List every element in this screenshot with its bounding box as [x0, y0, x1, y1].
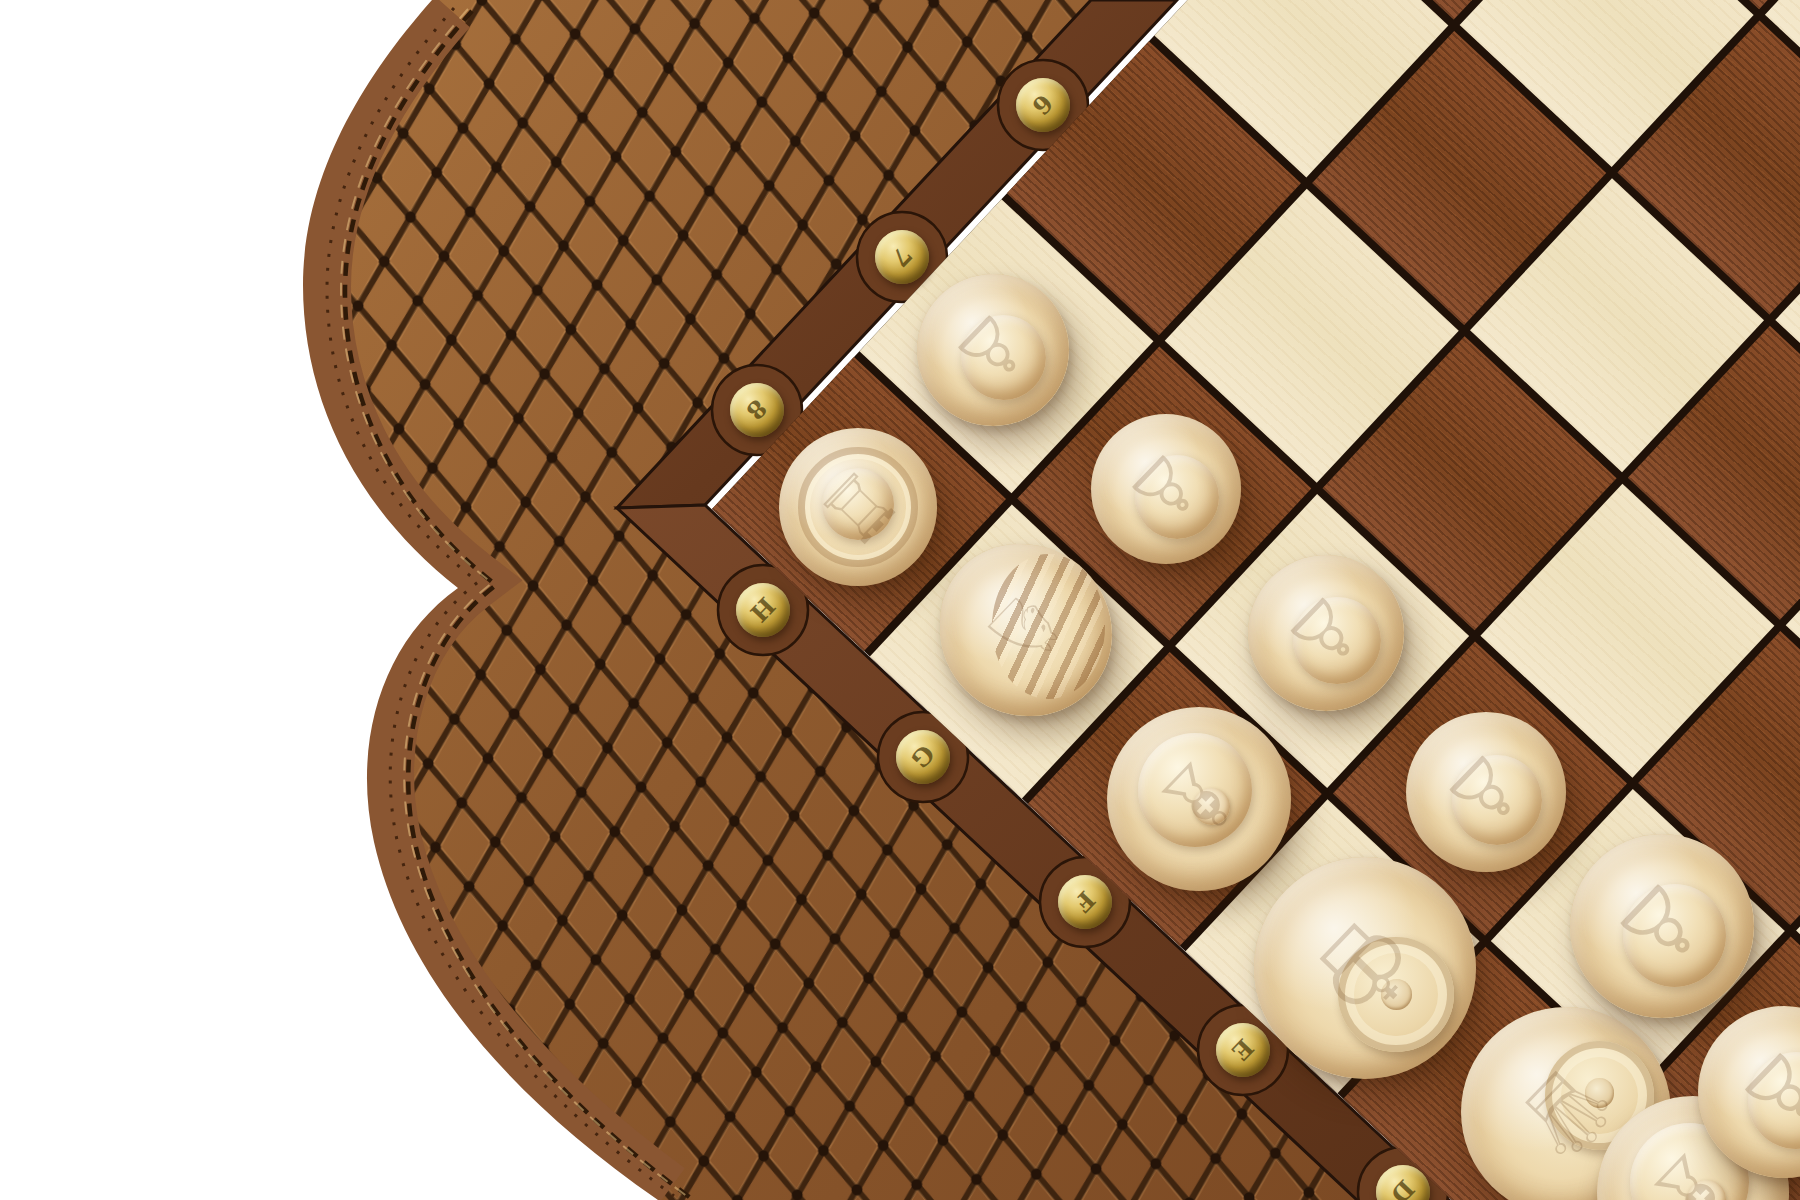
coordinate-stud-8: 8 — [730, 383, 784, 437]
piece-white-knight-g8[interactable]: ♘ — [940, 544, 1112, 716]
coordinate-stud-F: F — [1058, 875, 1112, 929]
coordinate-stud-6: 6 — [1016, 78, 1070, 132]
piece-white-pawn-d7[interactable]: ♙ — [1570, 834, 1754, 1018]
chessboard-photo-scene: 678HGFED ♖♘♗♔♕♗♙♙♙♙♙♙ — [0, 0, 1800, 1200]
piece-white-pawn-f7[interactable]: ♙ — [1248, 555, 1404, 711]
coordinate-stud-E: E — [1216, 1023, 1270, 1077]
coordinate-stud-H: H — [736, 583, 790, 637]
piece-white-pawn-h7[interactable]: ♙ — [917, 274, 1069, 426]
piece-white-pawn-e7[interactable]: ♙ — [1406, 712, 1566, 872]
piece-white-bishop-f8[interactable]: ♗ — [1107, 707, 1291, 891]
coordinate-stud-G: G — [896, 730, 950, 784]
piece-white-pawn-g7[interactable]: ♙ — [1091, 414, 1241, 564]
piece-white-rook-h8[interactable]: ♖ — [779, 428, 937, 586]
piece-white-king-e8[interactable]: ♔ — [1254, 857, 1476, 1079]
coordinate-stud-7: 7 — [875, 230, 929, 284]
